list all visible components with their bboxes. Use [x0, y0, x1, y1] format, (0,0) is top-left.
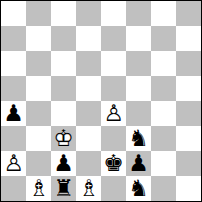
square-e6	[101, 51, 126, 76]
square-e3	[101, 126, 126, 151]
chess-board: ♟♟♙♚♔♞♟♙♟♚♟♝♗♜♝♗♞	[0, 0, 202, 202]
square-f5	[126, 76, 151, 101]
square-b3	[26, 126, 51, 151]
square-c7	[51, 26, 76, 51]
square-c1: ♜	[51, 176, 76, 201]
square-c3: ♚♔	[51, 126, 76, 151]
square-d8	[76, 1, 101, 26]
square-h4	[176, 101, 201, 126]
black-pawn-icon: ♟	[126, 151, 151, 176]
square-f3: ♞	[126, 126, 151, 151]
square-b5	[26, 76, 51, 101]
square-c8	[51, 1, 76, 26]
black-pawn-icon: ♟	[1, 101, 26, 126]
square-d3	[76, 126, 101, 151]
square-d1: ♝♗	[76, 176, 101, 201]
square-f6	[126, 51, 151, 76]
square-a6	[1, 51, 26, 76]
square-d5	[76, 76, 101, 101]
square-a2: ♟♙	[1, 151, 26, 176]
square-b8	[26, 1, 51, 26]
square-a1	[1, 176, 26, 201]
square-g6	[151, 51, 176, 76]
square-h2	[176, 151, 201, 176]
square-h6	[176, 51, 201, 76]
square-g3	[151, 126, 176, 151]
square-d6	[76, 51, 101, 76]
square-g4	[151, 101, 176, 126]
square-c5	[51, 76, 76, 101]
square-f2: ♟	[126, 151, 151, 176]
square-b2	[26, 151, 51, 176]
square-f7	[126, 26, 151, 51]
square-e7	[101, 26, 126, 51]
square-g5	[151, 76, 176, 101]
black-king-icon: ♚	[101, 151, 126, 176]
square-c2: ♟	[51, 151, 76, 176]
white-pawn-icon: ♙	[101, 101, 126, 126]
square-a5	[1, 76, 26, 101]
square-g7	[151, 26, 176, 51]
square-g8	[151, 1, 176, 26]
square-h5	[176, 76, 201, 101]
square-d2	[76, 151, 101, 176]
square-f4	[126, 101, 151, 126]
square-a7	[1, 26, 26, 51]
square-b1: ♝♗	[26, 176, 51, 201]
square-h7	[176, 26, 201, 51]
square-e5	[101, 76, 126, 101]
square-a4: ♟	[1, 101, 26, 126]
black-rook-icon: ♜	[51, 176, 76, 201]
square-g1	[151, 176, 176, 201]
white-bishop-icon: ♗	[26, 176, 51, 201]
square-g2	[151, 151, 176, 176]
black-pawn-icon: ♟	[51, 151, 76, 176]
square-b4	[26, 101, 51, 126]
square-f1: ♞	[126, 176, 151, 201]
square-e1	[101, 176, 126, 201]
square-a8	[1, 1, 26, 26]
square-h8	[176, 1, 201, 26]
square-f8	[126, 1, 151, 26]
square-c4	[51, 101, 76, 126]
square-b6	[26, 51, 51, 76]
square-h1	[176, 176, 201, 201]
square-e8	[101, 1, 126, 26]
white-king-icon: ♔	[51, 126, 76, 151]
black-knight-icon: ♞	[126, 176, 151, 201]
white-pawn-icon: ♙	[1, 151, 26, 176]
black-knight-icon: ♞	[126, 126, 151, 151]
square-d4	[76, 101, 101, 126]
square-e4: ♟♙	[101, 101, 126, 126]
white-bishop-icon: ♗	[76, 176, 101, 201]
square-e2: ♚	[101, 151, 126, 176]
square-d7	[76, 26, 101, 51]
square-a3	[1, 126, 26, 151]
square-b7	[26, 26, 51, 51]
square-h3	[176, 126, 201, 151]
square-c6	[51, 51, 76, 76]
